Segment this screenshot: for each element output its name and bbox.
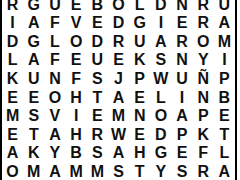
grid-cell-r10c6[interactable]: S [108, 163, 129, 180]
grid-cell-r7c4[interactable]: I [66, 107, 87, 126]
grid-cell-r8c2[interactable]: T [23, 125, 44, 144]
grid-cell-r3c4[interactable]: O [66, 32, 87, 51]
grid-cell-r6c8[interactable]: L [150, 88, 171, 107]
board-frame: RGUEBOLDNRUIAFVEDGIERADGLODRUAROMLAFEUEK… [0, 0, 237, 180]
grid-cell-r3c10[interactable]: O [193, 32, 214, 51]
grid-cell-r3c1[interactable]: D [2, 32, 23, 51]
grid-cell-r1c1[interactable]: R [2, 0, 23, 14]
grid-cell-r9c9[interactable]: E [171, 144, 192, 163]
grid-cell-r2c6[interactable]: D [108, 14, 129, 33]
grid-cell-r2c4[interactable]: V [66, 14, 87, 33]
grid-cell-r6c7[interactable]: E [129, 88, 150, 107]
grid-cell-r8c4[interactable]: H [66, 125, 87, 144]
grid-cell-r7c8[interactable]: O [150, 107, 171, 126]
grid-cell-r6c6[interactable]: A [108, 88, 129, 107]
grid-cell-r2c7[interactable]: G [129, 14, 150, 33]
grid-cell-r7c3[interactable]: V [44, 107, 65, 126]
grid-cell-r10c8[interactable]: Y [150, 163, 171, 180]
grid-cell-r4c3[interactable]: F [44, 51, 65, 70]
grid-cell-r2c1[interactable]: I [2, 14, 23, 33]
grid-cell-r8c6[interactable]: W [108, 125, 129, 144]
grid-cell-r1c3[interactable]: U [44, 0, 65, 14]
grid-cell-r5c1[interactable]: K [2, 70, 23, 89]
grid-cell-r10c3[interactable]: A [44, 163, 65, 180]
grid-cell-r1c11[interactable]: U [214, 0, 235, 14]
grid-cell-r5c7[interactable]: P [129, 70, 150, 89]
grid-cell-r4c6[interactable]: E [108, 51, 129, 70]
grid-cell-r7c6[interactable]: M [108, 107, 129, 126]
grid-cell-r10c4[interactable]: M [66, 163, 87, 180]
grid-cell-r5c9[interactable]: U [171, 70, 192, 89]
grid-cell-r7c1[interactable]: M [2, 107, 23, 126]
grid-cell-r2c2[interactable]: A [23, 14, 44, 33]
grid-cell-r3c9[interactable]: R [171, 32, 192, 51]
grid-cell-r6c10[interactable]: N [193, 88, 214, 107]
grid-cell-r6c9[interactable]: I [171, 88, 192, 107]
grid-cell-r9c1[interactable]: A [2, 144, 23, 163]
grid-cell-r6c5[interactable]: T [87, 88, 108, 107]
grid-cell-r8c3[interactable]: A [44, 125, 65, 144]
grid-cell-r1c4[interactable]: E [66, 0, 87, 14]
grid-cell-r9c7[interactable]: H [129, 144, 150, 163]
grid-cell-r9c11[interactable]: L [214, 144, 235, 163]
letter-grid: RGUEBOLDNRUIAFVEDGIERADGLODRUAROMLAFEUEK… [2, 0, 235, 180]
grid-cell-r4c8[interactable]: S [150, 51, 171, 70]
grid-cell-r8c5[interactable]: R [87, 125, 108, 144]
grid-cell-r4c2[interactable]: A [23, 51, 44, 70]
grid-cell-r5c4[interactable]: F [66, 70, 87, 89]
grid-cell-r3c2[interactable]: G [23, 32, 44, 51]
grid-cell-r8c8[interactable]: D [150, 125, 171, 144]
grid-cell-r2c3[interactable]: F [44, 14, 65, 33]
grid-cell-r2c9[interactable]: E [171, 14, 192, 33]
grid-cell-r8c1[interactable]: E [2, 125, 23, 144]
grid-cell-r2c11[interactable]: A [214, 14, 235, 33]
grid-cell-r9c2[interactable]: K [23, 144, 44, 163]
grid-cell-r8c11[interactable]: T [214, 125, 235, 144]
grid-cell-r5c2[interactable]: U [23, 70, 44, 89]
grid-cell-r2c5[interactable]: E [87, 14, 108, 33]
grid-cell-r1c7[interactable]: L [129, 0, 150, 14]
grid-cell-r4c9[interactable]: N [171, 51, 192, 70]
grid-cell-r4c7[interactable]: K [129, 51, 150, 70]
grid-cell-r6c4[interactable]: H [66, 88, 87, 107]
grid-cell-r1c9[interactable]: N [171, 0, 192, 14]
grid-cell-r5c3[interactable]: N [44, 70, 65, 89]
word-search-screenshot: RGUEBOLDNRUIAFVEDGIERADGLODRUAROMLAFEUEK… [0, 0, 240, 180]
grid-cell-r2c10[interactable]: R [193, 14, 214, 33]
grid-cell-r6c11[interactable]: B [214, 88, 235, 107]
grid-cell-r9c3[interactable]: Y [44, 144, 65, 163]
grid-cell-r3c7[interactable]: U [129, 32, 150, 51]
grid-cell-r7c2[interactable]: S [23, 107, 44, 126]
grid-cell-r1c8[interactable]: D [150, 0, 171, 14]
grid-cell-r4c1[interactable]: L [2, 51, 23, 70]
grid-cell-r5c8[interactable]: W [150, 70, 171, 89]
grid-cell-r9c5[interactable]: S [87, 144, 108, 163]
grid-cell-r5c5[interactable]: S [87, 70, 108, 89]
grid-cell-r9c4[interactable]: B [66, 144, 87, 163]
grid-cell-r7c11[interactable]: E [214, 107, 235, 126]
grid-cell-r4c10[interactable]: Y [193, 51, 214, 70]
grid-cell-r5c11[interactable]: P [214, 70, 235, 89]
grid-cell-r9c8[interactable]: G [150, 144, 171, 163]
grid-cell-r9c6[interactable]: A [108, 144, 129, 163]
grid-cell-r3c8[interactable]: A [150, 32, 171, 51]
grid-cell-r6c1[interactable]: E [2, 88, 23, 107]
grid-cell-r8c10[interactable]: K [193, 125, 214, 144]
grid-cell-r4c4[interactable]: E [66, 51, 87, 70]
grid-cell-r3c5[interactable]: D [87, 32, 108, 51]
grid-cell-r8c7[interactable]: E [129, 125, 150, 144]
grid-cell-r1c2[interactable]: G [23, 0, 44, 14]
grid-cell-r7c7[interactable]: N [129, 107, 150, 126]
grid-cell-r10c9[interactable]: S [171, 163, 192, 180]
grid-cell-r10c1[interactable]: O [2, 163, 23, 180]
grid-cell-r4c11[interactable]: I [214, 51, 235, 70]
grid-cell-r10c5[interactable]: M [87, 163, 108, 180]
grid-cell-r7c10[interactable]: P [193, 107, 214, 126]
grid-cell-r6c2[interactable]: E [23, 88, 44, 107]
grid-cell-r10c2[interactable]: M [23, 163, 44, 180]
grid-cell-r5c10[interactable]: Ñ [193, 70, 214, 89]
grid-cell-r1c10[interactable]: R [193, 0, 214, 14]
grid-cell-r10c7[interactable]: T [129, 163, 150, 180]
grid-cell-r3c11[interactable]: M [214, 32, 235, 51]
grid-cell-r1c6[interactable]: O [108, 0, 129, 14]
grid-cell-r4c5[interactable]: U [87, 51, 108, 70]
grid-cell-r9c10[interactable]: F [193, 144, 214, 163]
grid-cell-r5c6[interactable]: J [108, 70, 129, 89]
grid-cell-r1c5[interactable]: B [87, 0, 108, 14]
grid-cell-r2c8[interactable]: I [150, 14, 171, 33]
grid-cell-r10c10[interactable]: R [193, 163, 214, 180]
grid-cell-r10c11[interactable]: A [214, 163, 235, 180]
grid-cell-r3c3[interactable]: L [44, 32, 65, 51]
grid-cell-r6c3[interactable]: O [44, 88, 65, 107]
grid-cell-r7c5[interactable]: E [87, 107, 108, 126]
grid-cell-r8c9[interactable]: P [171, 125, 192, 144]
grid-cell-r3c6[interactable]: R [108, 32, 129, 51]
grid-cell-r7c9[interactable]: A [171, 107, 192, 126]
